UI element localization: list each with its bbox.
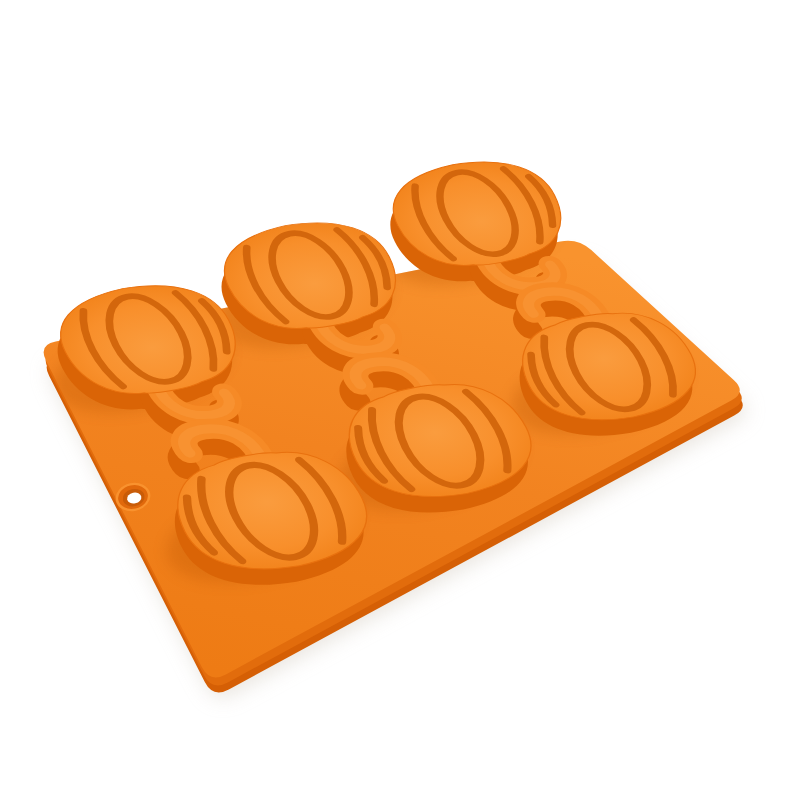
- product-photo: [0, 0, 800, 800]
- pumpkin-mold-photo: [0, 0, 800, 800]
- photo-stage: [0, 0, 800, 800]
